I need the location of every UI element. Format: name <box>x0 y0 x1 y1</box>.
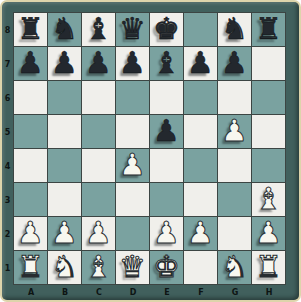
piece-white-pawn[interactable]: ♟ <box>221 114 248 147</box>
square-f4[interactable] <box>184 149 217 182</box>
square-g6[interactable] <box>218 81 251 114</box>
file-label: E <box>150 285 184 299</box>
board-frame: 87654321 ABCDEFGH ♜♞♝♛♚♞♜♟♟♟♟♝♟♟♟♟♟♝♟♟♟♟… <box>2 2 299 300</box>
square-d6[interactable] <box>116 81 149 114</box>
piece-white-rook[interactable]: ♜ <box>17 250 44 283</box>
square-h2[interactable]: ♟ <box>252 217 285 250</box>
square-a6[interactable] <box>14 81 47 114</box>
piece-black-bishop[interactable]: ♝ <box>85 12 112 45</box>
piece-black-bishop[interactable]: ♝ <box>153 46 180 79</box>
square-a3[interactable] <box>14 183 47 216</box>
square-c3[interactable] <box>82 183 115 216</box>
square-d3[interactable] <box>116 183 149 216</box>
square-a7[interactable]: ♟ <box>14 47 47 80</box>
piece-white-pawn[interactable]: ♟ <box>119 148 146 181</box>
square-a2[interactable]: ♟ <box>14 217 47 250</box>
square-c8[interactable]: ♝ <box>82 13 115 46</box>
chess-board-diagram: 87654321 ABCDEFGH ♜♞♝♛♚♞♜♟♟♟♟♝♟♟♟♟♟♝♟♟♟♟… <box>0 0 301 302</box>
rank-label: 5 <box>2 115 13 149</box>
square-d7[interactable]: ♟ <box>116 47 149 80</box>
square-b4[interactable] <box>48 149 81 182</box>
square-e2[interactable]: ♟ <box>150 217 183 250</box>
square-d2[interactable] <box>116 217 149 250</box>
piece-black-pawn[interactable]: ♟ <box>85 46 112 79</box>
square-e7[interactable]: ♝ <box>150 47 183 80</box>
rank-label: 4 <box>2 149 13 183</box>
rank-label: 2 <box>2 217 13 251</box>
square-g8[interactable]: ♞ <box>218 13 251 46</box>
piece-black-knight[interactable]: ♞ <box>221 12 248 45</box>
square-b3[interactable] <box>48 183 81 216</box>
square-c6[interactable] <box>82 81 115 114</box>
piece-black-pawn[interactable]: ♟ <box>221 46 248 79</box>
square-c2[interactable]: ♟ <box>82 217 115 250</box>
file-label: G <box>218 285 252 299</box>
square-f3[interactable] <box>184 183 217 216</box>
rank-label: 8 <box>2 13 13 47</box>
piece-white-knight[interactable]: ♞ <box>51 250 78 283</box>
square-c4[interactable] <box>82 149 115 182</box>
piece-white-queen[interactable]: ♛ <box>119 250 146 283</box>
rank-label: 7 <box>2 47 13 81</box>
square-h3[interactable]: ♝ <box>252 183 285 216</box>
square-e1[interactable]: ♚ <box>150 251 183 284</box>
square-h7[interactable] <box>252 47 285 80</box>
square-b8[interactable]: ♞ <box>48 13 81 46</box>
square-g1[interactable]: ♞ <box>218 251 251 284</box>
piece-black-rook[interactable]: ♜ <box>17 12 44 45</box>
rank-label: 1 <box>2 251 13 285</box>
file-labels: ABCDEFGH <box>14 285 286 299</box>
square-g2[interactable] <box>218 217 251 250</box>
square-c7[interactable]: ♟ <box>82 47 115 80</box>
piece-white-knight[interactable]: ♞ <box>221 250 248 283</box>
square-e6[interactable] <box>150 81 183 114</box>
square-g5[interactable]: ♟ <box>218 115 251 148</box>
square-e3[interactable] <box>150 183 183 216</box>
piece-black-pawn[interactable]: ♟ <box>17 46 44 79</box>
piece-white-pawn[interactable]: ♟ <box>255 216 282 249</box>
square-e4[interactable] <box>150 149 183 182</box>
square-b5[interactable] <box>48 115 81 148</box>
square-d5[interactable] <box>116 115 149 148</box>
square-f5[interactable] <box>184 115 217 148</box>
piece-black-pawn[interactable]: ♟ <box>51 46 78 79</box>
piece-white-rook[interactable]: ♜ <box>255 250 282 283</box>
square-f6[interactable] <box>184 81 217 114</box>
piece-black-pawn[interactable]: ♟ <box>153 114 180 147</box>
square-a8[interactable]: ♜ <box>14 13 47 46</box>
piece-white-bishop[interactable]: ♝ <box>85 250 112 283</box>
square-h5[interactable] <box>252 115 285 148</box>
piece-white-pawn[interactable]: ♟ <box>187 216 214 249</box>
square-c5[interactable] <box>82 115 115 148</box>
square-g3[interactable] <box>218 183 251 216</box>
piece-black-queen[interactable]: ♛ <box>119 12 146 45</box>
square-a4[interactable] <box>14 149 47 182</box>
file-label: C <box>82 285 116 299</box>
file-label: D <box>116 285 150 299</box>
square-h8[interactable]: ♜ <box>252 13 285 46</box>
square-b7[interactable]: ♟ <box>48 47 81 80</box>
piece-white-pawn[interactable]: ♟ <box>51 216 78 249</box>
piece-white-pawn[interactable]: ♟ <box>85 216 112 249</box>
piece-black-pawn[interactable]: ♟ <box>119 46 146 79</box>
square-f8[interactable] <box>184 13 217 46</box>
square-e8[interactable]: ♚ <box>150 13 183 46</box>
square-b6[interactable] <box>48 81 81 114</box>
square-f7[interactable]: ♟ <box>184 47 217 80</box>
piece-white-bishop[interactable]: ♝ <box>255 182 282 215</box>
square-d8[interactable]: ♛ <box>116 13 149 46</box>
rank-label: 6 <box>2 81 13 115</box>
piece-black-king[interactable]: ♚ <box>153 12 180 45</box>
piece-white-pawn[interactable]: ♟ <box>153 216 180 249</box>
rank-label: 3 <box>2 183 13 217</box>
file-label: F <box>184 285 218 299</box>
file-label: B <box>48 285 82 299</box>
square-b1[interactable]: ♞ <box>48 251 81 284</box>
rank-labels: 87654321 <box>2 13 13 285</box>
square-f2[interactable]: ♟ <box>184 217 217 250</box>
chess-board: ♜♞♝♛♚♞♜♟♟♟♟♝♟♟♟♟♟♝♟♟♟♟♟♟♜♞♝♛♚♞♜ <box>13 12 286 285</box>
square-g7[interactable]: ♟ <box>218 47 251 80</box>
square-a5[interactable] <box>14 115 47 148</box>
piece-black-pawn[interactable]: ♟ <box>187 46 214 79</box>
square-e5[interactable]: ♟ <box>150 115 183 148</box>
square-h4[interactable] <box>252 149 285 182</box>
square-f1[interactable] <box>184 251 217 284</box>
square-d4[interactable]: ♟ <box>116 149 149 182</box>
file-label: H <box>252 285 286 299</box>
square-a1[interactable]: ♜ <box>14 251 47 284</box>
square-h6[interactable] <box>252 81 285 114</box>
square-d1[interactable]: ♛ <box>116 251 149 284</box>
square-b2[interactable]: ♟ <box>48 217 81 250</box>
square-h1[interactable]: ♜ <box>252 251 285 284</box>
square-c1[interactable]: ♝ <box>82 251 115 284</box>
piece-black-rook[interactable]: ♜ <box>255 12 282 45</box>
piece-black-knight[interactable]: ♞ <box>51 12 78 45</box>
file-label: A <box>14 285 48 299</box>
piece-white-king[interactable]: ♚ <box>153 250 180 283</box>
square-g4[interactable] <box>218 149 251 182</box>
piece-white-pawn[interactable]: ♟ <box>17 216 44 249</box>
